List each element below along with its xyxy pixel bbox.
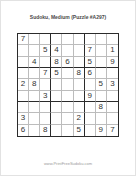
cell-r2c1 (18, 45, 29, 56)
sudoku-grid: 7547148659758628533983268597 (17, 33, 119, 137)
cell-r5c3 (40, 79, 51, 90)
cell-r3c9: 9 (107, 57, 118, 68)
cell-r8c5 (62, 113, 73, 124)
cell-r6c3: 3 (40, 91, 51, 102)
cell-r1c1: 7 (18, 34, 29, 45)
cell-r6c2 (29, 91, 40, 102)
footer-url: www.PrintFreeSudoku.com (1, 161, 135, 166)
cell-r5c2: 8 (29, 79, 40, 90)
cell-r4c6: 8 (74, 68, 85, 79)
cell-r4c8 (96, 68, 107, 79)
cell-r5c9: 3 (107, 79, 118, 90)
cell-r9c8: 9 (96, 125, 107, 136)
cell-r9c1: 6 (18, 125, 29, 136)
cell-r5c6 (74, 79, 85, 90)
cell-r1c3 (40, 34, 51, 45)
cell-r8c9 (107, 113, 118, 124)
cell-r6c1 (18, 91, 29, 102)
cell-r4c9 (107, 68, 118, 79)
cell-r2c7: 7 (85, 45, 96, 56)
cell-r1c8 (96, 34, 107, 45)
cell-r6c4 (51, 91, 62, 102)
cell-r3c4: 8 (51, 57, 62, 68)
cell-r3c1 (18, 57, 29, 68)
cell-r7c7 (85, 102, 96, 113)
cell-r6c5 (62, 91, 73, 102)
cell-r2c4: 4 (51, 45, 62, 56)
cell-r7c8: 8 (96, 102, 107, 113)
cell-r1c9 (107, 34, 118, 45)
cell-r1c4 (51, 34, 62, 45)
cell-r8c4 (51, 113, 62, 124)
cell-r6c6 (74, 91, 85, 102)
cell-r5c1: 2 (18, 79, 29, 90)
cell-r8c6: 2 (74, 113, 85, 124)
cell-r7c2 (29, 102, 40, 113)
page-title: Sudoku, Medium (Puzzle #A297) (1, 14, 135, 20)
cell-r9c3: 8 (40, 125, 51, 136)
cell-r7c1 (18, 102, 29, 113)
cell-r4c1 (18, 68, 29, 79)
cell-r2c3: 5 (40, 45, 51, 56)
cell-r3c5: 6 (62, 57, 73, 68)
cell-r1c7 (85, 34, 96, 45)
cell-r2c5 (62, 45, 73, 56)
cell-r2c8 (96, 45, 107, 56)
cell-r7c4 (51, 102, 62, 113)
cell-r3c8 (96, 57, 107, 68)
cell-r9c6: 5 (74, 125, 85, 136)
cell-r2c6 (74, 45, 85, 56)
cell-r4c7: 6 (85, 68, 96, 79)
cell-r6c8 (96, 91, 107, 102)
cell-r7c6 (74, 102, 85, 113)
cell-r4c2 (29, 68, 40, 79)
cell-r7c5 (62, 102, 73, 113)
cell-r1c2 (29, 34, 40, 45)
cell-r9c4 (51, 125, 62, 136)
cell-r7c9 (107, 102, 118, 113)
cell-r9c9: 7 (107, 125, 118, 136)
cell-r4c3: 7 (40, 68, 51, 79)
sudoku-page: Sudoku, Medium (Puzzle #A297) 7547148659… (0, 0, 136, 176)
cell-r6c9 (107, 91, 118, 102)
cell-r2c2 (29, 45, 40, 56)
cell-r3c2: 4 (29, 57, 40, 68)
cell-r9c2 (29, 125, 40, 136)
cell-r5c4 (51, 79, 62, 90)
cell-r8c8 (96, 113, 107, 124)
cell-r5c7 (85, 79, 96, 90)
cell-r4c4: 5 (51, 68, 62, 79)
cell-r2c9: 1 (107, 45, 118, 56)
cell-r8c3 (40, 113, 51, 124)
cell-r4c5 (62, 68, 73, 79)
cell-r3c7: 5 (85, 57, 96, 68)
cell-r9c7 (85, 125, 96, 136)
cell-r9c5 (62, 125, 73, 136)
cell-r5c8: 5 (96, 79, 107, 90)
cell-r3c6 (74, 57, 85, 68)
cell-r5c5 (62, 79, 73, 90)
cell-r6c7: 9 (85, 91, 96, 102)
cell-r8c1: 3 (18, 113, 29, 124)
cell-r8c2 (29, 113, 40, 124)
cell-r1c6 (74, 34, 85, 45)
cell-r7c3 (40, 102, 51, 113)
cell-r8c7 (85, 113, 96, 124)
cell-r3c3 (40, 57, 51, 68)
cell-r1c5 (62, 34, 73, 45)
